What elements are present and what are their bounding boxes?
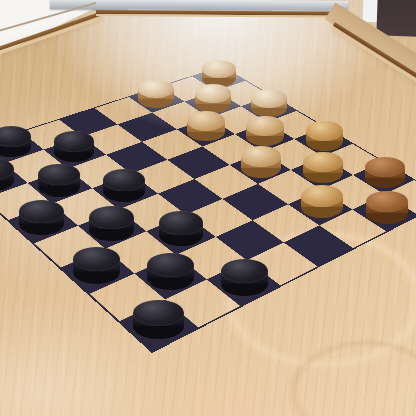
checker-light-h8[interactable] <box>202 60 237 87</box>
piece-top-face <box>159 211 204 234</box>
checker-light-h4[interactable] <box>306 121 344 151</box>
checker-dark-c1[interactable] <box>221 259 268 296</box>
piece-top-face <box>147 253 194 278</box>
piece-top-face <box>241 146 281 167</box>
checker-light-f2[interactable] <box>301 185 343 218</box>
checker-dark-a5[interactable] <box>19 200 64 235</box>
checker-light-h6[interactable] <box>251 89 287 118</box>
piece-top-face <box>306 121 344 141</box>
checker-dark-a7[interactable] <box>0 158 14 191</box>
piece-top-face <box>133 300 183 326</box>
piece-top-face <box>301 185 343 207</box>
checker-dark-a3[interactable] <box>73 247 120 284</box>
checker-light-f6[interactable] <box>187 111 225 141</box>
checker-dark-b2[interactable] <box>147 253 194 290</box>
piece-top-face <box>19 200 64 223</box>
checker-dark-b8[interactable] <box>0 126 31 158</box>
checker-dark-a1[interactable] <box>133 300 183 340</box>
piece-top-face <box>221 259 268 284</box>
checker-dark-c5[interactable] <box>103 169 145 202</box>
piece-top-face <box>303 152 343 173</box>
piece-top-face <box>251 89 287 108</box>
checker-light-f4[interactable] <box>241 146 281 178</box>
piece-top-face <box>195 84 231 103</box>
piece-top-face <box>103 169 145 191</box>
scene-photo <box>0 0 416 416</box>
piece-top-face <box>38 164 80 186</box>
checker-dark-c7[interactable] <box>54 131 94 163</box>
checker-dark-b6[interactable] <box>38 164 80 197</box>
checker-light-g3[interactable] <box>303 152 343 184</box>
checker-dark-b4[interactable] <box>89 206 134 241</box>
piece-top-face <box>54 131 94 152</box>
checker-light-g5[interactable] <box>246 116 284 146</box>
piece-top-face <box>246 116 284 136</box>
checker-dark-c3[interactable] <box>159 211 204 246</box>
checker-light-h2[interactable] <box>365 157 405 188</box>
piece-top-face <box>202 60 237 78</box>
checker-light-f8[interactable] <box>138 80 174 109</box>
checker-light-g7[interactable] <box>195 84 231 113</box>
piece-top-face <box>187 111 225 131</box>
checker-light-g1[interactable] <box>366 191 408 224</box>
piece-top-face <box>89 206 134 229</box>
